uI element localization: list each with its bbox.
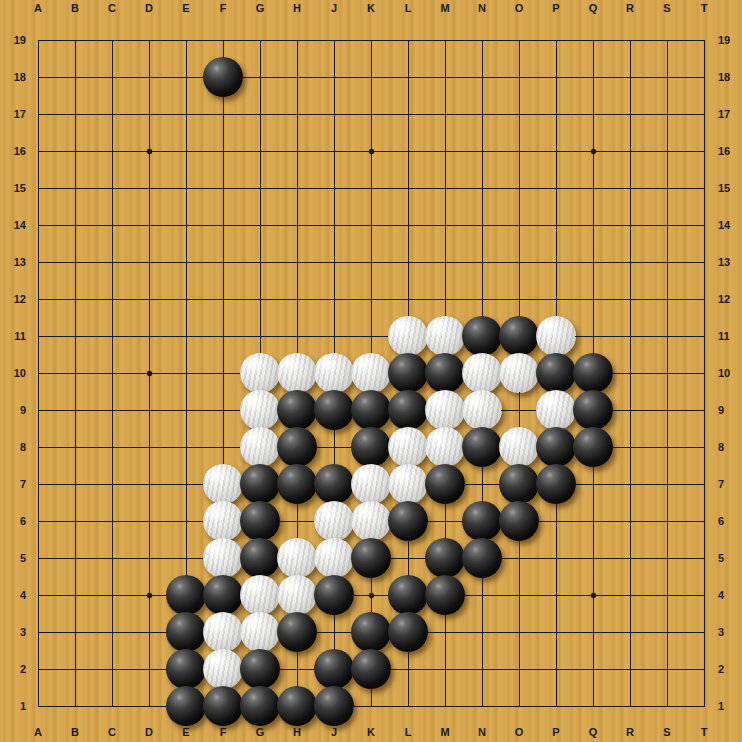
intersection-R13[interactable]	[612, 244, 649, 281]
intersection-B5[interactable]	[57, 540, 94, 577]
intersection-R8[interactable]	[612, 429, 649, 466]
intersection-D7[interactable]	[131, 466, 168, 503]
intersection-B16[interactable]	[57, 133, 94, 170]
intersection-C1[interactable]	[94, 688, 131, 725]
intersection-N7[interactable]	[464, 466, 501, 503]
intersection-F19[interactable]	[205, 22, 242, 59]
intersection-S3[interactable]	[649, 614, 686, 651]
intersection-P1[interactable]	[538, 688, 575, 725]
intersection-P2[interactable]	[538, 651, 575, 688]
intersection-C4[interactable]	[94, 577, 131, 614]
intersection-C12[interactable]	[94, 281, 131, 318]
intersection-O7[interactable]	[501, 466, 538, 503]
intersection-E10[interactable]	[168, 355, 205, 392]
intersection-R16[interactable]	[612, 133, 649, 170]
intersection-S5[interactable]	[649, 540, 686, 577]
intersection-M6[interactable]	[427, 503, 464, 540]
intersection-G11[interactable]	[242, 318, 279, 355]
intersection-O5[interactable]	[501, 540, 538, 577]
intersection-P10[interactable]	[538, 355, 575, 392]
intersection-M18[interactable]	[427, 59, 464, 96]
intersection-K19[interactable]	[353, 22, 390, 59]
intersection-C8[interactable]	[94, 429, 131, 466]
intersection-C10[interactable]	[94, 355, 131, 392]
intersection-T17[interactable]	[686, 96, 723, 133]
intersection-J13[interactable]	[316, 244, 353, 281]
intersection-H6[interactable]	[279, 503, 316, 540]
intersection-O18[interactable]	[501, 59, 538, 96]
intersection-N16[interactable]	[464, 133, 501, 170]
intersection-R6[interactable]	[612, 503, 649, 540]
intersection-E18[interactable]	[168, 59, 205, 96]
intersection-H18[interactable]	[279, 59, 316, 96]
intersection-C5[interactable]	[94, 540, 131, 577]
intersection-N9[interactable]	[464, 392, 501, 429]
intersection-Q13[interactable]	[575, 244, 612, 281]
intersection-C6[interactable]	[94, 503, 131, 540]
intersection-H10[interactable]	[279, 355, 316, 392]
intersection-E15[interactable]	[168, 170, 205, 207]
intersection-J16[interactable]	[316, 133, 353, 170]
intersection-F18[interactable]	[205, 59, 242, 96]
intersection-G2[interactable]	[242, 651, 279, 688]
intersection-M5[interactable]	[427, 540, 464, 577]
intersection-E19[interactable]	[168, 22, 205, 59]
intersection-S14[interactable]	[649, 207, 686, 244]
intersection-P6[interactable]	[538, 503, 575, 540]
intersection-A19[interactable]	[20, 22, 57, 59]
intersection-D1[interactable]	[131, 688, 168, 725]
intersection-R5[interactable]	[612, 540, 649, 577]
intersection-C11[interactable]	[94, 318, 131, 355]
intersection-N15[interactable]	[464, 170, 501, 207]
intersection-L1[interactable]	[390, 688, 427, 725]
intersection-K18[interactable]	[353, 59, 390, 96]
intersection-A16[interactable]	[20, 133, 57, 170]
intersection-O17[interactable]	[501, 96, 538, 133]
intersection-R15[interactable]	[612, 170, 649, 207]
intersection-Q11[interactable]	[575, 318, 612, 355]
intersection-T1[interactable]	[686, 688, 723, 725]
intersection-R1[interactable]	[612, 688, 649, 725]
intersection-L16[interactable]	[390, 133, 427, 170]
intersection-O8[interactable]	[501, 429, 538, 466]
intersection-A14[interactable]	[20, 207, 57, 244]
intersection-G17[interactable]	[242, 96, 279, 133]
intersection-K8[interactable]	[353, 429, 390, 466]
intersection-E4[interactable]	[168, 577, 205, 614]
intersection-T2[interactable]	[686, 651, 723, 688]
intersection-Q5[interactable]	[575, 540, 612, 577]
intersection-K16[interactable]	[353, 133, 390, 170]
intersection-M19[interactable]	[427, 22, 464, 59]
intersection-P7[interactable]	[538, 466, 575, 503]
intersection-K3[interactable]	[353, 614, 390, 651]
intersection-M3[interactable]	[427, 614, 464, 651]
intersection-G6[interactable]	[242, 503, 279, 540]
intersection-Q17[interactable]	[575, 96, 612, 133]
intersection-N19[interactable]	[464, 22, 501, 59]
intersection-K4[interactable]	[353, 577, 390, 614]
intersection-D5[interactable]	[131, 540, 168, 577]
intersection-G1[interactable]	[242, 688, 279, 725]
intersection-K7[interactable]	[353, 466, 390, 503]
intersection-H14[interactable]	[279, 207, 316, 244]
intersection-L11[interactable]	[390, 318, 427, 355]
intersection-C7[interactable]	[94, 466, 131, 503]
intersection-L7[interactable]	[390, 466, 427, 503]
intersection-R14[interactable]	[612, 207, 649, 244]
intersection-B4[interactable]	[57, 577, 94, 614]
intersection-Q12[interactable]	[575, 281, 612, 318]
intersection-M14[interactable]	[427, 207, 464, 244]
intersection-J12[interactable]	[316, 281, 353, 318]
intersection-M4[interactable]	[427, 577, 464, 614]
intersection-T7[interactable]	[686, 466, 723, 503]
intersection-E12[interactable]	[168, 281, 205, 318]
intersection-B3[interactable]	[57, 614, 94, 651]
intersection-B2[interactable]	[57, 651, 94, 688]
intersection-K9[interactable]	[353, 392, 390, 429]
intersection-Q7[interactable]	[575, 466, 612, 503]
intersection-D8[interactable]	[131, 429, 168, 466]
intersection-T12[interactable]	[686, 281, 723, 318]
intersection-O16[interactable]	[501, 133, 538, 170]
intersection-D15[interactable]	[131, 170, 168, 207]
intersection-T16[interactable]	[686, 133, 723, 170]
intersection-T9[interactable]	[686, 392, 723, 429]
intersection-E7[interactable]	[168, 466, 205, 503]
intersection-S7[interactable]	[649, 466, 686, 503]
intersection-J19[interactable]	[316, 22, 353, 59]
intersection-F17[interactable]	[205, 96, 242, 133]
intersection-A1[interactable]	[20, 688, 57, 725]
intersection-A8[interactable]	[20, 429, 57, 466]
intersection-R12[interactable]	[612, 281, 649, 318]
intersection-T6[interactable]	[686, 503, 723, 540]
intersection-M9[interactable]	[427, 392, 464, 429]
intersection-T13[interactable]	[686, 244, 723, 281]
intersection-C15[interactable]	[94, 170, 131, 207]
intersection-Q6[interactable]	[575, 503, 612, 540]
intersection-R19[interactable]	[612, 22, 649, 59]
intersection-P13[interactable]	[538, 244, 575, 281]
intersection-N12[interactable]	[464, 281, 501, 318]
intersection-S15[interactable]	[649, 170, 686, 207]
intersection-L6[interactable]	[390, 503, 427, 540]
intersection-N14[interactable]	[464, 207, 501, 244]
intersection-B18[interactable]	[57, 59, 94, 96]
intersection-H12[interactable]	[279, 281, 316, 318]
intersection-Q1[interactable]	[575, 688, 612, 725]
intersection-N17[interactable]	[464, 96, 501, 133]
intersection-K12[interactable]	[353, 281, 390, 318]
intersection-O2[interactable]	[501, 651, 538, 688]
intersection-O6[interactable]	[501, 503, 538, 540]
intersection-R9[interactable]	[612, 392, 649, 429]
intersection-F14[interactable]	[205, 207, 242, 244]
intersection-L14[interactable]	[390, 207, 427, 244]
intersection-S10[interactable]	[649, 355, 686, 392]
intersection-Q4[interactable]	[575, 577, 612, 614]
intersection-T15[interactable]	[686, 170, 723, 207]
intersection-D13[interactable]	[131, 244, 168, 281]
intersection-F3[interactable]	[205, 614, 242, 651]
intersection-S2[interactable]	[649, 651, 686, 688]
intersection-B19[interactable]	[57, 22, 94, 59]
intersection-R4[interactable]	[612, 577, 649, 614]
intersection-F10[interactable]	[205, 355, 242, 392]
intersection-T3[interactable]	[686, 614, 723, 651]
intersection-N5[interactable]	[464, 540, 501, 577]
intersection-S13[interactable]	[649, 244, 686, 281]
intersection-B6[interactable]	[57, 503, 94, 540]
intersection-P12[interactable]	[538, 281, 575, 318]
intersection-J1[interactable]	[316, 688, 353, 725]
intersection-P9[interactable]	[538, 392, 575, 429]
intersection-C16[interactable]	[94, 133, 131, 170]
intersection-L3[interactable]	[390, 614, 427, 651]
intersection-P18[interactable]	[538, 59, 575, 96]
intersection-B1[interactable]	[57, 688, 94, 725]
intersection-L17[interactable]	[390, 96, 427, 133]
intersection-M1[interactable]	[427, 688, 464, 725]
intersection-O14[interactable]	[501, 207, 538, 244]
intersection-J18[interactable]	[316, 59, 353, 96]
intersection-M7[interactable]	[427, 466, 464, 503]
intersection-T8[interactable]	[686, 429, 723, 466]
intersection-R17[interactable]	[612, 96, 649, 133]
intersection-E14[interactable]	[168, 207, 205, 244]
intersection-N6[interactable]	[464, 503, 501, 540]
intersection-J15[interactable]	[316, 170, 353, 207]
intersection-E9[interactable]	[168, 392, 205, 429]
intersection-N8[interactable]	[464, 429, 501, 466]
intersection-B14[interactable]	[57, 207, 94, 244]
intersection-P15[interactable]	[538, 170, 575, 207]
intersection-R11[interactable]	[612, 318, 649, 355]
intersection-P8[interactable]	[538, 429, 575, 466]
intersection-S16[interactable]	[649, 133, 686, 170]
intersection-J9[interactable]	[316, 392, 353, 429]
intersection-K6[interactable]	[353, 503, 390, 540]
intersection-E17[interactable]	[168, 96, 205, 133]
intersection-O15[interactable]	[501, 170, 538, 207]
intersection-H17[interactable]	[279, 96, 316, 133]
intersection-K13[interactable]	[353, 244, 390, 281]
intersection-T5[interactable]	[686, 540, 723, 577]
intersection-P14[interactable]	[538, 207, 575, 244]
intersection-D4[interactable]	[131, 577, 168, 614]
intersection-K17[interactable]	[353, 96, 390, 133]
intersection-F5[interactable]	[205, 540, 242, 577]
intersection-A4[interactable]	[20, 577, 57, 614]
intersection-B9[interactable]	[57, 392, 94, 429]
intersection-J7[interactable]	[316, 466, 353, 503]
intersection-Q3[interactable]	[575, 614, 612, 651]
intersection-Q16[interactable]	[575, 133, 612, 170]
intersection-G8[interactable]	[242, 429, 279, 466]
intersection-R2[interactable]	[612, 651, 649, 688]
intersection-O19[interactable]	[501, 22, 538, 59]
intersection-D11[interactable]	[131, 318, 168, 355]
intersection-L15[interactable]	[390, 170, 427, 207]
intersection-L4[interactable]	[390, 577, 427, 614]
intersection-E8[interactable]	[168, 429, 205, 466]
intersection-T19[interactable]	[686, 22, 723, 59]
intersection-T4[interactable]	[686, 577, 723, 614]
intersection-C13[interactable]	[94, 244, 131, 281]
intersection-J4[interactable]	[316, 577, 353, 614]
intersection-N10[interactable]	[464, 355, 501, 392]
intersection-J10[interactable]	[316, 355, 353, 392]
intersection-J3[interactable]	[316, 614, 353, 651]
intersection-Q15[interactable]	[575, 170, 612, 207]
intersection-B7[interactable]	[57, 466, 94, 503]
intersection-F4[interactable]	[205, 577, 242, 614]
intersection-Q19[interactable]	[575, 22, 612, 59]
intersection-C14[interactable]	[94, 207, 131, 244]
intersection-H8[interactable]	[279, 429, 316, 466]
intersection-M16[interactable]	[427, 133, 464, 170]
intersection-L18[interactable]	[390, 59, 427, 96]
intersection-F13[interactable]	[205, 244, 242, 281]
intersection-D16[interactable]	[131, 133, 168, 170]
intersection-D17[interactable]	[131, 96, 168, 133]
intersection-N2[interactable]	[464, 651, 501, 688]
intersection-T11[interactable]	[686, 318, 723, 355]
intersection-O12[interactable]	[501, 281, 538, 318]
intersection-R10[interactable]	[612, 355, 649, 392]
intersection-E1[interactable]	[168, 688, 205, 725]
intersection-O9[interactable]	[501, 392, 538, 429]
intersection-S9[interactable]	[649, 392, 686, 429]
intersection-O1[interactable]	[501, 688, 538, 725]
intersection-R18[interactable]	[612, 59, 649, 96]
intersection-T18[interactable]	[686, 59, 723, 96]
intersection-E3[interactable]	[168, 614, 205, 651]
intersection-J17[interactable]	[316, 96, 353, 133]
intersection-J2[interactable]	[316, 651, 353, 688]
intersection-M11[interactable]	[427, 318, 464, 355]
intersection-A18[interactable]	[20, 59, 57, 96]
intersection-T14[interactable]	[686, 207, 723, 244]
intersection-H19[interactable]	[279, 22, 316, 59]
intersection-H3[interactable]	[279, 614, 316, 651]
intersection-K5[interactable]	[353, 540, 390, 577]
intersection-F2[interactable]	[205, 651, 242, 688]
intersection-N11[interactable]	[464, 318, 501, 355]
intersection-Q9[interactable]	[575, 392, 612, 429]
intersection-B11[interactable]	[57, 318, 94, 355]
intersection-N13[interactable]	[464, 244, 501, 281]
intersection-J6[interactable]	[316, 503, 353, 540]
intersection-D2[interactable]	[131, 651, 168, 688]
intersection-H1[interactable]	[279, 688, 316, 725]
intersection-F15[interactable]	[205, 170, 242, 207]
intersection-P5[interactable]	[538, 540, 575, 577]
intersection-L10[interactable]	[390, 355, 427, 392]
intersection-L8[interactable]	[390, 429, 427, 466]
intersection-A2[interactable]	[20, 651, 57, 688]
intersection-A13[interactable]	[20, 244, 57, 281]
intersection-P16[interactable]	[538, 133, 575, 170]
intersection-D3[interactable]	[131, 614, 168, 651]
intersection-F11[interactable]	[205, 318, 242, 355]
intersection-E5[interactable]	[168, 540, 205, 577]
intersection-F12[interactable]	[205, 281, 242, 318]
intersection-G10[interactable]	[242, 355, 279, 392]
intersection-M13[interactable]	[427, 244, 464, 281]
intersection-S12[interactable]	[649, 281, 686, 318]
intersection-M8[interactable]	[427, 429, 464, 466]
intersection-D19[interactable]	[131, 22, 168, 59]
intersection-Q14[interactable]	[575, 207, 612, 244]
intersection-G7[interactable]	[242, 466, 279, 503]
intersection-A6[interactable]	[20, 503, 57, 540]
intersection-A12[interactable]	[20, 281, 57, 318]
intersection-F1[interactable]	[205, 688, 242, 725]
intersection-J11[interactable]	[316, 318, 353, 355]
intersection-K2[interactable]	[353, 651, 390, 688]
intersection-G13[interactable]	[242, 244, 279, 281]
intersection-H5[interactable]	[279, 540, 316, 577]
intersection-D14[interactable]	[131, 207, 168, 244]
intersection-G9[interactable]	[242, 392, 279, 429]
intersection-D12[interactable]	[131, 281, 168, 318]
intersection-M15[interactable]	[427, 170, 464, 207]
intersection-S19[interactable]	[649, 22, 686, 59]
intersection-G19[interactable]	[242, 22, 279, 59]
intersection-A7[interactable]	[20, 466, 57, 503]
intersection-L12[interactable]	[390, 281, 427, 318]
intersection-G12[interactable]	[242, 281, 279, 318]
intersection-A15[interactable]	[20, 170, 57, 207]
intersection-H2[interactable]	[279, 651, 316, 688]
intersection-F6[interactable]	[205, 503, 242, 540]
intersection-H7[interactable]	[279, 466, 316, 503]
intersection-S11[interactable]	[649, 318, 686, 355]
intersection-J8[interactable]	[316, 429, 353, 466]
intersection-P11[interactable]	[538, 318, 575, 355]
intersection-D9[interactable]	[131, 392, 168, 429]
intersection-N4[interactable]	[464, 577, 501, 614]
intersection-E6[interactable]	[168, 503, 205, 540]
intersection-C9[interactable]	[94, 392, 131, 429]
intersection-A5[interactable]	[20, 540, 57, 577]
intersection-P3[interactable]	[538, 614, 575, 651]
intersection-G3[interactable]	[242, 614, 279, 651]
intersection-F7[interactable]	[205, 466, 242, 503]
intersection-O4[interactable]	[501, 577, 538, 614]
intersection-H15[interactable]	[279, 170, 316, 207]
intersection-P19[interactable]	[538, 22, 575, 59]
intersection-R7[interactable]	[612, 466, 649, 503]
intersection-D18[interactable]	[131, 59, 168, 96]
intersection-D6[interactable]	[131, 503, 168, 540]
intersection-G5[interactable]	[242, 540, 279, 577]
intersection-S17[interactable]	[649, 96, 686, 133]
intersection-Q2[interactable]	[575, 651, 612, 688]
intersection-E11[interactable]	[168, 318, 205, 355]
intersection-A9[interactable]	[20, 392, 57, 429]
intersection-L19[interactable]	[390, 22, 427, 59]
intersection-H9[interactable]	[279, 392, 316, 429]
intersection-F9[interactable]	[205, 392, 242, 429]
intersection-A17[interactable]	[20, 96, 57, 133]
intersection-O3[interactable]	[501, 614, 538, 651]
intersection-M10[interactable]	[427, 355, 464, 392]
